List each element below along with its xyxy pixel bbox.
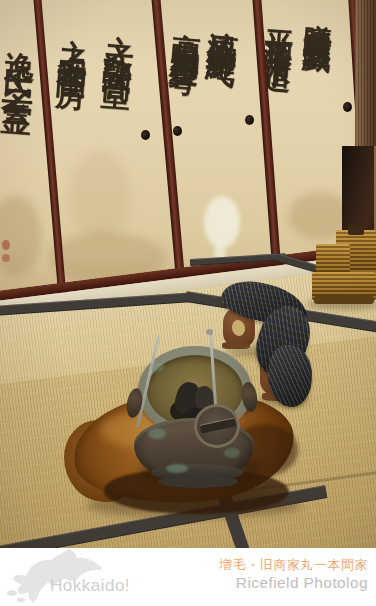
verdigris-patina	[150, 362, 164, 372]
paper-stain	[0, 196, 42, 276]
verdigris-patina	[224, 448, 240, 458]
door-pull	[141, 130, 150, 140]
seal-mark	[2, 254, 10, 262]
wooden-stand-feet	[314, 296, 374, 304]
seal-mark	[2, 240, 10, 250]
calligraphy-column-6: 平林濯清水追	[259, 6, 300, 51]
door-pull	[343, 102, 352, 112]
chopstick-knob	[206, 329, 213, 335]
panel-frame	[151, 0, 186, 287]
site-name: Ricefield Photolog	[236, 574, 368, 592]
door-pull	[245, 115, 254, 125]
calligraphy-column-5: 涼風釣游鯉弋	[202, 6, 245, 39]
watermark-text: Hokkaido!	[50, 576, 130, 596]
photo-tatami-room: 逸氏之玄霊 之上安神閨房 之六詠歸高堂 高鳴風杉舞雩 涼風釣游鯉弋 平林濯清水追…	[0, 0, 376, 548]
calligraphy-column-4: 高鳴風杉舞雩	[166, 8, 210, 53]
verdigris-patina	[148, 428, 166, 439]
photo-blog-card: 逸氏之玄霊 之上安神閨房 之六詠歸高堂 高鳴風杉舞雩 涼風釣游鯉弋 平林濯清水追…	[0, 0, 376, 606]
armrest-foot	[222, 342, 250, 349]
hibachi-base-ring	[158, 475, 238, 488]
paper-stain	[70, 150, 130, 240]
calligraphy-column-3: 之六詠歸高堂	[99, 10, 143, 67]
rust-patina	[236, 414, 246, 423]
panel-frame	[252, 0, 281, 273]
calligraphy-column-7: 蹲踏睦苑遊戯	[299, 0, 339, 27]
wood-pillar	[355, 0, 376, 162]
photo-title: 増毛・旧商家丸一本間家	[220, 557, 369, 574]
wooden-stand-top	[348, 225, 364, 235]
caption-bar: Hokkaido! 増毛・旧商家丸一本間家 Ricefield Photolog	[0, 548, 376, 606]
verdigris-patina	[166, 464, 188, 473]
calligraphy-column-1: 逸氏之玄霊	[0, 26, 44, 94]
calligraphy-column-2: 之上安神閨房	[53, 14, 97, 65]
panel-frame	[33, 0, 67, 301]
door-pull	[173, 126, 182, 136]
paper-stain-white	[204, 196, 240, 248]
